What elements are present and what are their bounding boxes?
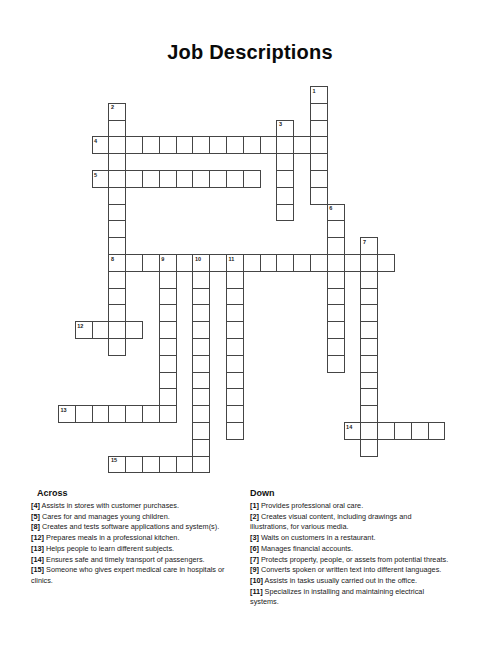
grid-cell-r3c5[interactable]	[142, 136, 160, 154]
grid-cell-r12c10[interactable]	[226, 288, 244, 306]
grid-cell-r3c9[interactable]	[209, 136, 227, 154]
clue-number: [10]	[250, 576, 263, 585]
cell-number-1: 1	[313, 88, 316, 94]
grid-cell-r19c4[interactable]	[125, 405, 143, 423]
clue-across-15: [15] Someone who gives expert medical ca…	[31, 565, 250, 586]
down-clues: Down [1] Provides professional oral care…	[250, 488, 471, 608]
clue-text: Ensures safe and timely transport of pas…	[44, 555, 205, 564]
grid-cell-r14c10[interactable]	[226, 321, 244, 339]
grid-cell-r16c6[interactable]	[159, 355, 177, 373]
grid-cell-r10c4[interactable]	[125, 254, 143, 272]
grid-cell-r20c10[interactable]	[226, 422, 244, 440]
grid-cell-r21c18[interactable]	[360, 439, 378, 457]
grid-cell-r3c6[interactable]	[159, 136, 177, 154]
grid-cell-r3c3[interactable]	[108, 136, 126, 154]
clue-number: [1]	[250, 501, 259, 510]
grid-cell-r13c18[interactable]	[360, 304, 378, 322]
grid-cell-r19c1[interactable]	[75, 405, 93, 423]
grid-cell-r10c13[interactable]	[276, 254, 294, 272]
clue-down-1: [1] Provides professional oral care.	[250, 501, 471, 512]
clue-down-3: [3] Waits on customers in a restaurant.	[250, 533, 471, 544]
grid-cell-r22c4[interactable]	[125, 456, 143, 474]
grid-cell-r12c18[interactable]	[360, 288, 378, 306]
grid-cell-r18c10[interactable]	[226, 388, 244, 406]
grid-cell-r14c18[interactable]	[360, 321, 378, 339]
clue-text: Someone who gives expert medical care in…	[31, 565, 224, 585]
grid-cell-r5c2[interactable]: 5	[92, 170, 110, 188]
clue-text: Provides professional oral care.	[259, 501, 363, 510]
grid-cell-r13c6[interactable]	[159, 304, 177, 322]
grid-cell-r3c12[interactable]	[260, 136, 278, 154]
grid-cell-r10c17[interactable]	[344, 254, 362, 272]
cell-number-4: 4	[94, 138, 97, 144]
grid-cell-r19c18[interactable]	[360, 405, 378, 423]
cell-number-15: 15	[111, 457, 117, 463]
grid-cell-r3c8[interactable]	[192, 136, 210, 154]
grid-cell-r20c17[interactable]: 14	[344, 422, 362, 440]
cell-number-6: 6	[329, 205, 332, 211]
grid-cell-r15c18[interactable]	[360, 338, 378, 356]
clue-number: [2]	[250, 512, 259, 521]
grid-cell-r3c14[interactable]	[293, 136, 311, 154]
grid-cell-r10c11[interactable]	[243, 254, 261, 272]
grid-cell-r10c3[interactable]: 8	[108, 254, 126, 272]
grid-cell-r12c6[interactable]	[159, 288, 177, 306]
grid-cell-r12c16[interactable]	[327, 288, 345, 306]
clue-text: Cares for and manages young children.	[40, 512, 170, 521]
grid-cell-r15c16[interactable]	[327, 338, 345, 356]
clue-number: [11]	[250, 587, 263, 596]
grid-cell-r9c16[interactable]	[327, 237, 345, 255]
clue-across-14: [14] Ensures safe and timely transport o…	[31, 555, 250, 566]
clue-number: [8]	[31, 522, 40, 531]
grid-cell-r5c15[interactable]	[310, 170, 328, 188]
grid-cell-r7c3[interactable]	[108, 204, 126, 222]
down-clue-list: [1] Provides professional oral care.[2] …	[250, 501, 471, 608]
grid-cell-r7c16[interactable]: 6	[327, 204, 345, 222]
grid-cell-r22c8[interactable]	[192, 456, 210, 474]
clue-number: [12]	[31, 533, 44, 542]
grid-cell-r16c8[interactable]	[192, 355, 210, 373]
clue-number: [14]	[31, 555, 44, 564]
grid-cell-r3c2[interactable]: 4	[92, 136, 110, 154]
grid-cell-r0c15[interactable]: 1	[310, 86, 328, 104]
grid-cell-r13c10[interactable]	[226, 304, 244, 322]
grid-cell-r19c3[interactable]	[108, 405, 126, 423]
grid-cell-r11c18[interactable]	[360, 271, 378, 289]
clue-number: [5]	[31, 512, 40, 521]
cell-number-13: 13	[61, 407, 67, 413]
crossword-page: { "game": "crossword", "title": "Job Des…	[0, 0, 500, 647]
grid-cell-r19c6[interactable]	[159, 405, 177, 423]
clue-text: Manages financial accounts.	[259, 544, 353, 553]
grid-cell-r20c18[interactable]	[360, 422, 378, 440]
grid-cell-r9c3[interactable]	[108, 237, 126, 255]
clue-number: [15]	[31, 565, 44, 574]
clue-text: Specializes in installing and maintainin…	[250, 587, 424, 607]
grid-cell-r8c3[interactable]	[108, 220, 126, 238]
cell-number-14: 14	[346, 424, 352, 430]
grid-cell-r2c3[interactable]	[108, 120, 126, 138]
grid-cell-r5c11[interactable]	[243, 170, 261, 188]
grid-cell-r14c3[interactable]	[108, 321, 126, 339]
cell-number-3: 3	[279, 121, 282, 127]
clue-across-4: [4] Assists in stores with customer purc…	[31, 501, 250, 512]
clue-across-13: [13] Helps people to learn different sub…	[31, 544, 250, 555]
grid-cell-r9c18[interactable]: 7	[360, 237, 378, 255]
grid-cell-r4c15[interactable]	[310, 153, 328, 171]
clue-down-6: [6] Manages financial accounts.	[250, 544, 471, 555]
grid-cell-r21c8[interactable]	[192, 439, 210, 457]
grid-cell-r13c8[interactable]	[192, 304, 210, 322]
clue-down-9: [9] Converts spoken or written text into…	[250, 565, 471, 576]
grid-cell-r17c18[interactable]	[360, 372, 378, 390]
grid-cell-r2c15[interactable]	[310, 120, 328, 138]
grid-cell-r14c2[interactable]	[92, 321, 110, 339]
grid-cell-r10c10[interactable]: 11	[226, 254, 244, 272]
clue-number: [4]	[31, 501, 40, 510]
grid-cell-r14c4[interactable]	[125, 321, 143, 339]
grid-cell-r3c11[interactable]	[243, 136, 261, 154]
clue-text: Prepares meals in a professional kitchen…	[44, 533, 179, 542]
grid-cell-r2c13[interactable]: 3	[276, 120, 294, 138]
grid-cell-r19c0[interactable]: 13	[58, 405, 76, 423]
grid-cell-r5c7[interactable]	[176, 170, 194, 188]
cell-number-5: 5	[94, 172, 97, 178]
grid-cell-r20c22[interactable]	[428, 422, 446, 440]
grid-cell-r5c10[interactable]	[226, 170, 244, 188]
clue-text: Protects property, people, or assets fro…	[259, 555, 448, 564]
clue-down-11: [11] Specializes in installing and maint…	[250, 587, 471, 608]
grid-cell-r8c16[interactable]	[327, 220, 345, 238]
grid-cell-r5c13[interactable]	[276, 170, 294, 188]
grid-cell-r10c15[interactable]	[310, 254, 328, 272]
grid-cell-r5c8[interactable]	[192, 170, 210, 188]
grid-cell-r15c8[interactable]	[192, 338, 210, 356]
grid-cell-r4c3[interactable]	[108, 153, 126, 171]
clue-number: [6]	[250, 544, 259, 553]
grid-cell-r3c4[interactable]	[125, 136, 143, 154]
grid-cell-r1c15[interactable]	[310, 103, 328, 121]
grid-cell-r10c12[interactable]	[260, 254, 278, 272]
grid-cell-r7c13[interactable]	[276, 204, 294, 222]
grid-cell-r10c9[interactable]	[209, 254, 227, 272]
grid-cell-r14c1[interactable]: 12	[75, 321, 93, 339]
grid-cell-r16c10[interactable]	[226, 355, 244, 373]
grid-cell-r18c6[interactable]	[159, 388, 177, 406]
grid-cell-r22c5[interactable]	[142, 456, 160, 474]
grid-cell-r10c8[interactable]: 10	[192, 254, 210, 272]
grid-cell-r12c8[interactable]	[192, 288, 210, 306]
grid-cell-r6c15[interactable]	[310, 187, 328, 205]
cell-number-8: 8	[111, 256, 114, 262]
clue-text: Helps people to learn different subjects…	[44, 544, 174, 553]
grid-cell-r5c6[interactable]	[159, 170, 177, 188]
clue-across-12: [12] Prepares meals in a professional ki…	[31, 533, 250, 544]
grid-cell-r13c16[interactable]	[327, 304, 345, 322]
grid-cell-r20c19[interactable]	[377, 422, 395, 440]
clue-across-8: [8] Creates and tests software applicati…	[31, 522, 250, 533]
grid-cell-r22c7[interactable]	[176, 456, 194, 474]
grid-cell-r11c8[interactable]	[192, 271, 210, 289]
clue-across-5: [5] Cares for and manages young children…	[31, 512, 250, 523]
grid-cell-r5c9[interactable]	[209, 170, 227, 188]
grid-cell-r14c6[interactable]	[159, 321, 177, 339]
across-clue-list: [4] Assists in stores with customer purc…	[31, 501, 250, 587]
cell-number-12: 12	[77, 323, 83, 329]
clue-number: [7]	[250, 555, 259, 564]
grid-cell-r10c19[interactable]	[377, 254, 395, 272]
grid-cell-r18c18[interactable]	[360, 388, 378, 406]
clue-down-10: [10] Assists in tasks usually carried ou…	[250, 576, 471, 587]
grid-cell-r19c10[interactable]	[226, 405, 244, 423]
grid-cell-r17c6[interactable]	[159, 372, 177, 390]
clue-text: Assists in stores with customer purchase…	[40, 501, 179, 510]
grid-cell-r3c7[interactable]	[176, 136, 194, 154]
crossword-grid: 458910111213141512367	[58, 86, 446, 474]
cell-number-11: 11	[229, 256, 235, 262]
grid-cell-r12c3[interactable]	[108, 288, 126, 306]
page-title: Job Descriptions	[0, 41, 500, 64]
grid-cell-r10c16[interactable]	[327, 254, 345, 272]
clue-down-7: [7] Protects property, people, or assets…	[250, 555, 471, 566]
clue-number: [3]	[250, 533, 259, 542]
cell-number-9: 9	[161, 256, 164, 262]
grid-cell-r17c8[interactable]	[192, 372, 210, 390]
grid-cell-r11c6[interactable]	[159, 271, 177, 289]
across-header: Across	[37, 488, 250, 498]
grid-cell-r20c20[interactable]	[394, 422, 412, 440]
grid-cell-r15c3[interactable]	[108, 338, 126, 356]
grid-cell-r3c13[interactable]	[276, 136, 294, 154]
grid-cell-r14c8[interactable]	[192, 321, 210, 339]
grid-cell-r20c8[interactable]	[192, 422, 210, 440]
clue-down-2: [2] Creates visual content, including dr…	[250, 512, 471, 533]
grid-cell-r5c3[interactable]	[108, 170, 126, 188]
grid-cell-r10c6[interactable]: 9	[159, 254, 177, 272]
grid-cell-r3c10[interactable]	[226, 136, 244, 154]
grid-cell-r13c3[interactable]	[108, 304, 126, 322]
clue-text: Creates and tests software applications …	[40, 522, 219, 531]
grid-cell-r3c15[interactable]	[310, 136, 328, 154]
cell-number-2: 2	[111, 104, 114, 110]
grid-cell-r20c21[interactable]	[411, 422, 429, 440]
grid-cell-r15c10[interactable]	[226, 338, 244, 356]
grid-cell-r6c13[interactable]	[276, 187, 294, 205]
clue-number: [9]	[250, 565, 259, 574]
clue-text: Waits on customers in a restaurant.	[259, 533, 376, 542]
grid-cell-r15c6[interactable]	[159, 338, 177, 356]
grid-cell-r16c18[interactable]	[360, 355, 378, 373]
grid-cell-r10c14[interactable]	[293, 254, 311, 272]
grid-cell-r5c4[interactable]	[125, 170, 143, 188]
clue-text: Assists in tasks usually carried out in …	[263, 576, 417, 585]
clue-number: [13]	[31, 544, 44, 553]
grid-cell-r19c5[interactable]	[142, 405, 160, 423]
grid-cell-r10c7[interactable]	[176, 254, 194, 272]
grid-cell-r16c16[interactable]	[327, 355, 345, 373]
clue-text: Creates visual content, including drawin…	[250, 512, 411, 532]
grid-cell-r11c10[interactable]	[226, 271, 244, 289]
grid-cell-r19c2[interactable]	[92, 405, 110, 423]
grid-cell-r10c18[interactable]	[360, 254, 378, 272]
down-header: Down	[250, 488, 471, 498]
grid-cell-r4c13[interactable]	[276, 153, 294, 171]
grid-cell-r22c6[interactable]	[159, 456, 177, 474]
grid-cell-r11c3[interactable]	[108, 271, 126, 289]
grid-cell-r1c3[interactable]: 2	[108, 103, 126, 121]
grid-cell-r19c8[interactable]	[192, 405, 210, 423]
grid-cell-r17c10[interactable]	[226, 372, 244, 390]
across-clues: Across [4] Assists in stores with custom…	[31, 488, 250, 587]
grid-cell-r11c16[interactable]	[327, 271, 345, 289]
grid-cell-r6c3[interactable]	[108, 187, 126, 205]
grid-cell-r22c3[interactable]: 15	[108, 456, 126, 474]
clue-text: Converts spoken or written text into dif…	[259, 565, 441, 574]
cell-number-7: 7	[363, 239, 366, 245]
grid-cell-r18c8[interactable]	[192, 388, 210, 406]
grid-cell-r14c16[interactable]	[327, 321, 345, 339]
cell-number-10: 10	[195, 256, 201, 262]
grid-cell-r5c5[interactable]	[142, 170, 160, 188]
grid-cell-r10c5[interactable]	[142, 254, 160, 272]
